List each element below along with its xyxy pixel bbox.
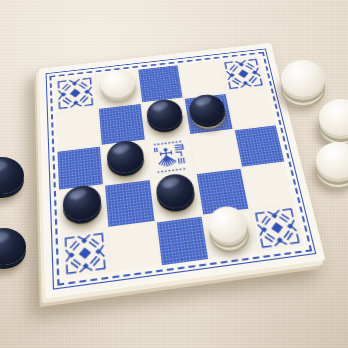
square-r1c5[interactable] bbox=[220, 56, 266, 93]
square-r2c5[interactable] bbox=[227, 89, 275, 128]
off-board-white-piece[interactable] bbox=[316, 142, 348, 179]
corner-ornament-icon bbox=[252, 206, 303, 251]
off-board-dark-piece[interactable] bbox=[0, 157, 24, 194]
off-board-dark-piece[interactable] bbox=[0, 228, 26, 265]
center-emblem-icon bbox=[148, 137, 193, 177]
table-surface bbox=[0, 0, 348, 348]
off-board-white-piece[interactable] bbox=[319, 99, 348, 136]
dark-piece[interactable] bbox=[154, 172, 196, 210]
square-r2c2[interactable] bbox=[99, 104, 144, 144]
square-r1c3[interactable] bbox=[138, 65, 183, 102]
dark-piece[interactable] bbox=[188, 93, 228, 126]
dark-piece[interactable] bbox=[105, 139, 145, 175]
square-r3c5[interactable] bbox=[234, 125, 284, 167]
dark-piece[interactable] bbox=[62, 184, 102, 223]
square-r2c3[interactable] bbox=[142, 99, 188, 139]
square-r1c1[interactable] bbox=[54, 75, 97, 113]
square-r4c5[interactable] bbox=[242, 163, 294, 208]
off-board-white-piece[interactable] bbox=[281, 60, 325, 97]
corner-ornament-icon bbox=[222, 57, 266, 91]
square-r4c3[interactable] bbox=[151, 175, 201, 221]
square-r5c4[interactable] bbox=[204, 210, 257, 258]
corner-ornament-icon bbox=[56, 76, 96, 112]
square-r3c3[interactable] bbox=[147, 136, 195, 179]
dark-piece[interactable] bbox=[145, 97, 184, 130]
square-r1c4[interactable] bbox=[179, 61, 225, 98]
square-r5c5[interactable] bbox=[250, 204, 304, 252]
square-r5c1[interactable] bbox=[61, 229, 110, 279]
corner-ornament-icon bbox=[62, 230, 108, 277]
square-r4c1[interactable] bbox=[59, 186, 107, 232]
square-r5c2[interactable] bbox=[109, 222, 160, 271]
square-r5c3[interactable] bbox=[157, 216, 209, 265]
square-r3c1[interactable] bbox=[57, 146, 103, 189]
board-grid bbox=[54, 56, 304, 279]
board-border bbox=[46, 49, 317, 290]
square-r3c4[interactable] bbox=[191, 130, 240, 172]
white-piece[interactable] bbox=[99, 68, 136, 100]
square-r1c2[interactable] bbox=[96, 70, 140, 108]
square-r2c1[interactable] bbox=[56, 109, 100, 150]
square-r4c2[interactable] bbox=[106, 180, 155, 226]
square-r2c4[interactable] bbox=[185, 94, 232, 133]
square-r3c2[interactable] bbox=[102, 141, 149, 184]
